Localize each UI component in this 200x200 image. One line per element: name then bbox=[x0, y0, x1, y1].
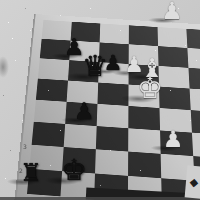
chess-piece-white-pawn-f8: ♟ bbox=[161, 0, 183, 23]
chess-piece-black-pawn-b4: ♟ bbox=[74, 100, 95, 123]
chess-piece-black-king-b1: ♚ bbox=[61, 156, 87, 185]
chess-piece-black-queen-b6: ♛ bbox=[82, 52, 108, 81]
chess-piece-white-king-e5: ♚ bbox=[137, 74, 163, 103]
chess-piece-black-rook-a1: ♜ bbox=[20, 160, 42, 185]
pieces-layer: ♟♟♟♟♛♝♚♟♟♜♚ bbox=[0, 0, 200, 200]
chess-piece-white-pawn-f2: ♟ bbox=[163, 128, 184, 151]
photo-frame: ◆ 32 ♟♟♟♟♛♝♚♟♟♜♚ bbox=[0, 0, 200, 200]
